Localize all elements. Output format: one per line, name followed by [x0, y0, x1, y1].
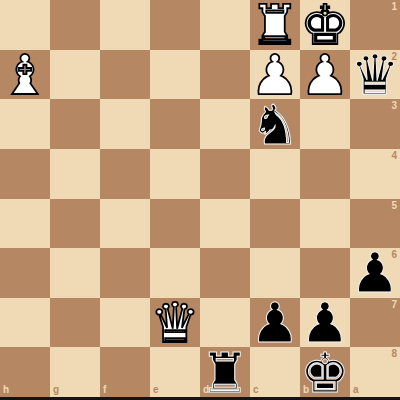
square-f5[interactable] [100, 199, 150, 249]
square-h8[interactable]: h [0, 347, 50, 397]
chess-board: ♜♚1♝♟♟2♛♞3456♟♛♟♟7hgfed♜cb♚8a [0, 0, 400, 397]
rank-label-1: 1 [391, 2, 397, 12]
square-f7[interactable] [100, 298, 150, 348]
square-h7[interactable] [0, 298, 50, 348]
file-label-a: a [353, 385, 359, 395]
square-d5[interactable] [200, 199, 250, 249]
square-a2[interactable]: 2♛ [350, 50, 400, 100]
file-label-h: h [3, 385, 9, 395]
square-c5[interactable] [250, 199, 300, 249]
square-h6[interactable] [0, 248, 50, 298]
square-c3[interactable]: ♞ [250, 99, 300, 149]
square-g7[interactable] [50, 298, 100, 348]
white-queen[interactable]: ♛ [150, 299, 199, 348]
square-g5[interactable] [50, 199, 100, 249]
square-b5[interactable] [300, 199, 350, 249]
black-rook[interactable]: ♜ [200, 349, 249, 398]
square-h3[interactable] [0, 99, 50, 149]
square-e7[interactable]: ♛ [150, 298, 200, 348]
rank-label-5: 5 [391, 201, 397, 211]
square-c4[interactable] [250, 149, 300, 199]
square-g2[interactable] [50, 50, 100, 100]
rank-label-8: 8 [391, 349, 397, 359]
file-label-g: g [53, 385, 59, 395]
black-pawn[interactable]: ♟ [350, 249, 399, 298]
square-d4[interactable] [200, 149, 250, 199]
black-pawn[interactable]: ♟ [250, 299, 299, 348]
square-a8[interactable]: 8a [350, 347, 400, 397]
square-d1[interactable] [200, 0, 250, 50]
square-b4[interactable] [300, 149, 350, 199]
square-a3[interactable]: 3 [350, 99, 400, 149]
square-g6[interactable] [50, 248, 100, 298]
square-f3[interactable] [100, 99, 150, 149]
square-h2[interactable]: ♝ [0, 50, 50, 100]
square-e8[interactable]: e [150, 347, 200, 397]
file-label-c: c [253, 385, 259, 395]
square-h4[interactable] [0, 149, 50, 199]
square-a6[interactable]: 6♟ [350, 248, 400, 298]
black-queen[interactable]: ♛ [350, 51, 399, 100]
square-e4[interactable] [150, 149, 200, 199]
black-knight[interactable]: ♞ [250, 101, 299, 150]
square-d2[interactable] [200, 50, 250, 100]
square-e5[interactable] [150, 199, 200, 249]
square-e3[interactable] [150, 99, 200, 149]
square-b2[interactable]: ♟ [300, 50, 350, 100]
square-g4[interactable] [50, 149, 100, 199]
square-c7[interactable]: ♟ [250, 298, 300, 348]
square-f2[interactable] [100, 50, 150, 100]
square-g8[interactable]: g [50, 347, 100, 397]
black-king[interactable]: ♚ [300, 349, 349, 398]
square-g1[interactable] [50, 0, 100, 50]
square-a4[interactable]: 4 [350, 149, 400, 199]
square-f4[interactable] [100, 149, 150, 199]
square-d6[interactable] [200, 248, 250, 298]
square-e2[interactable] [150, 50, 200, 100]
rank-label-3: 3 [391, 101, 397, 111]
square-a7[interactable]: 7 [350, 298, 400, 348]
square-d3[interactable] [200, 99, 250, 149]
square-g3[interactable] [50, 99, 100, 149]
square-b8[interactable]: b♚ [300, 347, 350, 397]
file-label-e: e [153, 385, 159, 395]
white-bishop[interactable]: ♝ [0, 51, 49, 100]
rank-label-7: 7 [391, 300, 397, 310]
white-pawn[interactable]: ♟ [300, 51, 349, 100]
square-f6[interactable] [100, 248, 150, 298]
chess-board-screenshot: ♜♚1♝♟♟2♛♞3456♟♛♟♟7hgfed♜cb♚8a [0, 0, 400, 400]
square-f8[interactable]: f [100, 347, 150, 397]
square-h5[interactable] [0, 199, 50, 249]
square-e1[interactable] [150, 0, 200, 50]
file-label-f: f [103, 385, 106, 395]
square-b3[interactable] [300, 99, 350, 149]
square-f1[interactable] [100, 0, 150, 50]
square-d8[interactable]: d♜ [200, 347, 250, 397]
rank-label-4: 4 [391, 151, 397, 161]
square-c8[interactable]: c [250, 347, 300, 397]
